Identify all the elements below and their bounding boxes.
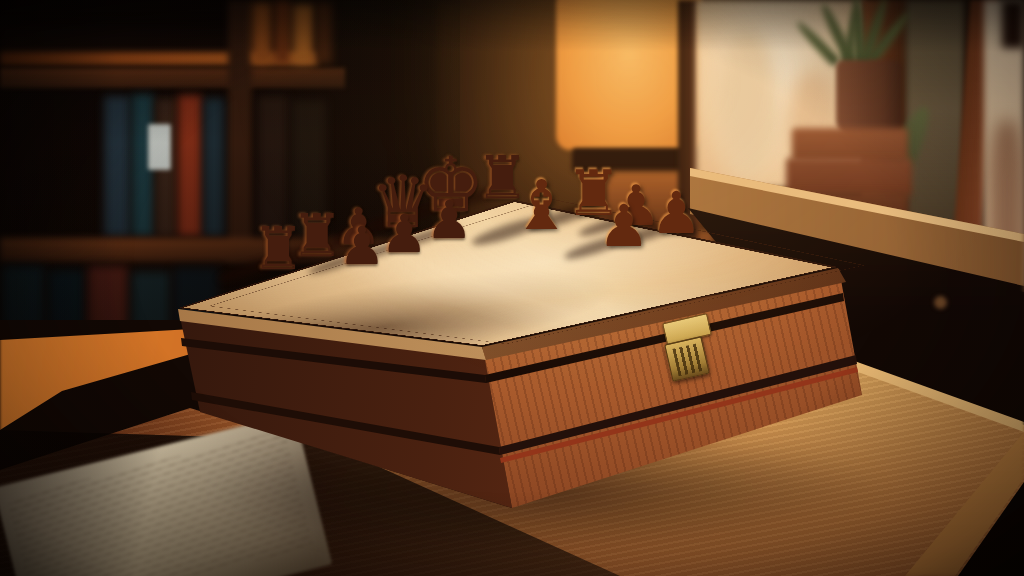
stacked-book [786, 158, 912, 196]
chess-piece-bishop-g6[interactable]: ♝ [507, 172, 575, 240]
chess-piece-rook-c8[interactable]: ♜ [249, 220, 308, 279]
window-soft-shape [716, 28, 778, 178]
chess-piece-pawn-d7[interactable]: ♟ [336, 220, 388, 272]
chess-piece-pawn-g4[interactable]: ♟ [595, 198, 653, 256]
chess-piece-pawn-f7[interactable]: ♟ [423, 194, 475, 246]
window-corner-shadow [1002, 0, 1024, 48]
plant-pot [836, 60, 902, 136]
drawer-knob [934, 296, 947, 309]
chess-piece-pawn-h4[interactable]: ♟ [648, 185, 706, 243]
study-room-scene: ♜♜♟♛♚♜♟♟♟♝♜♟♟♟ [0, 0, 1024, 576]
stacked-book [792, 128, 908, 162]
latch-engraving [672, 343, 704, 376]
